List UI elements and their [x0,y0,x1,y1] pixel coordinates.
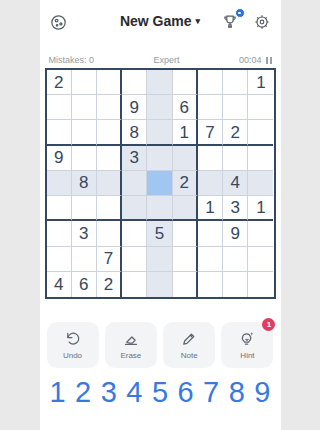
cell-r6c3[interactable] [122,221,147,246]
numpad-key-3[interactable]: 3 [101,378,117,407]
cell-r2c2[interactable] [97,120,122,145]
cell-r5c6[interactable]: 1 [198,196,223,221]
numpad-key-9[interactable]: 9 [254,378,270,407]
cell-r6c5[interactable] [173,221,198,246]
cell-r7c1[interactable] [72,247,97,272]
cell-r2c7[interactable]: 2 [223,120,248,145]
numpad-key-5[interactable]: 5 [152,378,168,407]
timer: 00:04 [239,55,262,65]
cell-r8c4[interactable] [147,272,172,297]
cell-r4c8[interactable] [248,171,273,196]
cell-r8c5[interactable] [173,272,198,297]
sudoku-app: New Game ▾ Mistakes: 0 Expert 00:04 2196… [40,0,281,430]
erase-label: Erase [120,351,141,360]
cell-r7c0[interactable] [47,247,72,272]
cell-r1c4[interactable] [147,95,172,120]
cell-r5c0[interactable] [47,196,72,221]
cell-r5c2[interactable] [97,196,122,221]
cell-r6c0[interactable] [47,221,72,246]
status-bar: Mistakes: 0 Expert 00:04 [49,55,272,65]
numpad-key-2[interactable]: 2 [75,378,91,407]
cell-r4c4[interactable] [147,171,172,196]
cell-r4c0[interactable] [47,171,72,196]
hint-button[interactable]: 1 Hint [221,322,273,368]
note-label: Note [181,351,198,360]
cell-r1c8[interactable] [248,95,273,120]
cell-r3c1[interactable] [72,146,97,171]
cell-r7c7[interactable] [223,247,248,272]
erase-button[interactable]: Erase [105,322,157,368]
cell-r7c8[interactable] [248,247,273,272]
numpad-key-8[interactable]: 8 [229,378,245,407]
cell-r3c4[interactable] [147,146,172,171]
app-logo-icon[interactable] [48,11,70,33]
cell-r6c1[interactable]: 3 [72,221,97,246]
cell-r4c2[interactable] [97,171,122,196]
numpad-key-4[interactable]: 4 [126,378,142,407]
numpad-key-6[interactable]: 6 [177,378,193,407]
hint-badge: 1 [262,318,275,331]
cell-r4c3[interactable] [122,171,147,196]
mistakes-counter: Mistakes: 0 [49,55,95,65]
cell-r3c7[interactable] [223,146,248,171]
cell-r2c4[interactable] [147,120,172,145]
cell-r8c6[interactable] [198,272,223,297]
trophy-badge [235,8,245,18]
cell-r8c3[interactable] [122,272,147,297]
cell-r1c7[interactable] [223,95,248,120]
cell-r6c2[interactable] [97,221,122,246]
cell-r5c4[interactable] [147,196,172,221]
sudoku-board: 21968172938241313597462 [45,68,276,299]
cell-r1c1[interactable] [72,95,97,120]
eraser-icon [122,330,140,348]
cell-r5c1[interactable] [72,196,97,221]
cell-r3c2[interactable] [97,146,122,171]
cell-r7c5[interactable] [173,247,198,272]
cell-r1c3[interactable]: 9 [122,95,147,120]
cell-r7c6[interactable] [198,247,223,272]
new-game-dropdown[interactable]: New Game ▾ [120,13,200,29]
cell-r1c6[interactable] [198,95,223,120]
cell-r4c1[interactable]: 8 [72,171,97,196]
cell-r0c7[interactable] [223,70,248,95]
cell-r0c5[interactable] [173,70,198,95]
cell-r6c8[interactable] [248,221,273,246]
hint-label: Hint [240,351,254,360]
cell-r6c4[interactable]: 5 [147,221,172,246]
tool-buttons: Undo Erase Note 1 Hint [47,322,274,368]
cell-r7c2[interactable]: 7 [97,247,122,272]
chevron-down-icon: ▾ [196,17,201,26]
note-button[interactable]: Note [163,322,215,368]
cell-r0c2[interactable] [97,70,122,95]
cell-r3c0[interactable]: 9 [47,146,72,171]
undo-button[interactable]: Undo [47,322,99,368]
settings-gear-icon[interactable] [251,11,273,33]
cell-r3c5[interactable] [173,146,198,171]
cell-r3c8[interactable] [248,146,273,171]
cell-r3c6[interactable] [198,146,223,171]
cell-r5c3[interactable] [122,196,147,221]
cell-r6c6[interactable] [198,221,223,246]
cell-r2c0[interactable] [47,120,72,145]
trophy-button[interactable] [219,11,241,33]
numpad-key-7[interactable]: 7 [203,378,219,407]
pause-button[interactable] [266,57,272,64]
page-title: New Game [120,13,192,29]
cell-r0c3[interactable] [122,70,147,95]
numpad-key-1[interactable]: 1 [50,378,66,407]
cell-r2c6[interactable]: 7 [198,120,223,145]
cell-r0c6[interactable] [198,70,223,95]
pencil-icon [180,330,198,348]
undo-label: Undo [63,351,82,360]
cell-r0c4[interactable] [147,70,172,95]
cell-r7c4[interactable] [147,247,172,272]
hint-bulb-icon [238,330,256,348]
difficulty-label: Expert [153,55,179,65]
cell-r8c2[interactable]: 2 [97,272,122,297]
cell-r8c0[interactable]: 4 [47,272,72,297]
cell-r1c2[interactable] [97,95,122,120]
cell-r2c3[interactable]: 8 [122,120,147,145]
cell-r0c8[interactable]: 1 [248,70,273,95]
cell-r7c3[interactable] [122,247,147,272]
cell-r8c1[interactable]: 6 [72,272,97,297]
cell-r1c0[interactable] [47,95,72,120]
cell-r8c7[interactable] [223,272,248,297]
cell-r2c5[interactable]: 1 [173,120,198,145]
cell-r4c5[interactable]: 2 [173,171,198,196]
cell-r0c1[interactable] [72,70,97,95]
cell-r5c5[interactable] [173,196,198,221]
cell-r3c3[interactable]: 3 [122,146,147,171]
cell-r8c8[interactable] [248,272,273,297]
cell-r1c5[interactable]: 6 [173,95,198,120]
number-pad: 123456789 [50,378,271,407]
cell-r2c8[interactable] [248,120,273,145]
cell-r5c7[interactable]: 3 [223,196,248,221]
cell-r2c1[interactable] [72,120,97,145]
cell-r0c0[interactable]: 2 [47,70,72,95]
undo-icon [64,330,82,348]
cell-r6c7[interactable]: 9 [223,221,248,246]
cell-r5c8[interactable]: 1 [248,196,273,221]
cell-r4c7[interactable]: 4 [223,171,248,196]
cell-r4c6[interactable] [198,171,223,196]
